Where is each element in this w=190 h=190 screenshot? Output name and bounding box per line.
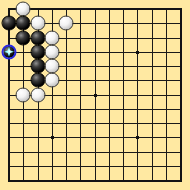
star-point [94, 94, 97, 97]
last-move-marker-icon [4, 47, 14, 57]
black-stone[interactable] [30, 30, 45, 45]
star-point [51, 136, 54, 139]
go-board[interactable] [0, 0, 190, 190]
star-point [136, 51, 139, 54]
black-stone[interactable] [30, 59, 45, 74]
white-stone[interactable] [44, 30, 59, 45]
black-stone-last-move[interactable] [2, 44, 17, 59]
white-stone[interactable] [59, 16, 74, 31]
black-stone[interactable] [2, 16, 17, 31]
white-stone[interactable] [16, 2, 31, 17]
black-stone[interactable] [30, 44, 45, 59]
white-stone[interactable] [44, 44, 59, 59]
black-stone[interactable] [30, 73, 45, 88]
white-stone[interactable] [30, 16, 45, 31]
white-stone[interactable] [44, 73, 59, 88]
white-stone[interactable] [44, 59, 59, 74]
black-stone[interactable] [16, 16, 31, 31]
black-stone[interactable] [16, 30, 31, 45]
white-stone[interactable] [16, 87, 31, 102]
white-stone[interactable] [30, 87, 45, 102]
star-point [136, 136, 139, 139]
